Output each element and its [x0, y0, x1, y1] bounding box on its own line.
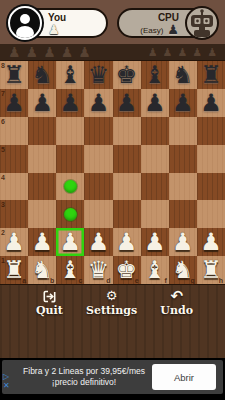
square-e3[interactable]	[113, 200, 141, 228]
square-c6[interactable]	[56, 117, 84, 145]
square-h5[interactable]	[197, 145, 225, 173]
square-c1[interactable]: c♝	[56, 256, 84, 284]
white-pawn: ♟	[141, 228, 169, 256]
square-g5[interactable]	[169, 145, 197, 173]
chess-board: 8♜♞♝♛♚♝♞♜7♟♟♟♟♟♟♟♟65432♟♟♟♟♟♟♟♟1a♜b♞c♝d♛…	[0, 60, 225, 285]
file-label: h	[219, 277, 223, 284]
square-a7[interactable]: 7♟	[0, 89, 28, 117]
square-h2[interactable]: ♟	[197, 228, 225, 256]
square-f4[interactable]	[141, 173, 169, 201]
gear-icon: ⚙	[106, 289, 118, 303]
square-f8[interactable]: ♝	[141, 61, 169, 89]
black-pawn: ♟	[113, 89, 141, 117]
rank-label: 3	[1, 201, 5, 208]
cpu-robot-icon	[185, 6, 219, 40]
chess-app-screen: You ♟ CPU (Easy) ♟	[0, 0, 225, 400]
square-g8[interactable]: ♞	[169, 61, 197, 89]
square-g1[interactable]: g♞	[169, 256, 197, 284]
player-bar: You ♟ CPU (Easy) ♟	[0, 0, 225, 44]
file-label: f	[164, 277, 166, 284]
settings-label: Settings	[86, 304, 137, 317]
square-d8[interactable]: ♛	[84, 61, 112, 89]
file-label: c	[78, 277, 82, 284]
captured-pieces-tray: ♟♟♟♟♟ ♟♟♟♟♟	[0, 44, 225, 60]
file-label: g	[191, 277, 195, 284]
rank-label: 2	[1, 229, 5, 236]
ghost-pawn-icon: ♟	[207, 47, 217, 58]
adchoices-icon[interactable]: ▷ ✕	[3, 372, 10, 390]
square-c8[interactable]: ♝	[56, 61, 84, 89]
square-f6[interactable]	[141, 117, 169, 145]
black-knight: ♞	[28, 61, 56, 89]
square-h6[interactable]	[197, 117, 225, 145]
square-c7[interactable]: ♟	[56, 89, 84, 117]
ad-text: Fibra y 2 Lineas por 39,95€/mes ¡precio …	[16, 363, 152, 391]
ghost-pawn-icon: ♟	[78, 45, 91, 59]
white-pawn-icon: ♟	[48, 23, 66, 36]
file-label: b	[50, 277, 54, 284]
square-b4[interactable]	[28, 173, 56, 201]
undo-icon: ↶	[170, 289, 183, 303]
black-pawn: ♟	[169, 89, 197, 117]
ghost-pawn-icon: ♟	[26, 45, 39, 59]
black-king: ♚	[113, 61, 141, 89]
black-rook: ♜	[197, 61, 225, 89]
square-b8[interactable]: ♞	[28, 61, 56, 89]
square-b2[interactable]: ♟	[28, 228, 56, 256]
square-d2[interactable]: ♟	[84, 228, 112, 256]
white-pawn: ♟	[169, 228, 197, 256]
black-bishop: ♝	[141, 61, 169, 89]
captured-black-ghosts: ♟♟♟♟♟	[148, 47, 217, 58]
square-h1[interactable]: h♜	[197, 256, 225, 284]
ghost-pawn-icon: ♟	[61, 45, 74, 59]
white-pawn: ♟	[197, 228, 225, 256]
quit-label: Quit	[36, 304, 63, 317]
rank-label: 6	[1, 118, 5, 125]
square-c5[interactable]	[56, 145, 84, 173]
ghost-pawn-icon: ♟	[148, 47, 158, 58]
square-e5[interactable]	[113, 145, 141, 173]
ghost-pawn-icon: ♟	[163, 47, 173, 58]
square-e1[interactable]: e♚	[113, 256, 141, 284]
square-f7[interactable]: ♟	[141, 89, 169, 117]
square-a6[interactable]: 6	[0, 117, 28, 145]
black-knight: ♞	[169, 61, 197, 89]
rank-label: 4	[1, 174, 5, 181]
black-bishop: ♝	[56, 61, 84, 89]
square-h8[interactable]: ♜	[197, 61, 225, 89]
ghost-pawn-icon: ♟	[177, 47, 187, 58]
file-label: a	[22, 277, 26, 284]
undo-button[interactable]: ↶ Undo	[160, 289, 193, 317]
square-h7[interactable]: ♟	[197, 89, 225, 117]
square-b7[interactable]: ♟	[28, 89, 56, 117]
black-queen: ♛	[84, 61, 112, 89]
file-label: d	[106, 277, 110, 284]
ghost-pawn-icon: ♟	[43, 45, 56, 59]
square-a8[interactable]: 8♜	[0, 61, 28, 89]
legal-move-dot[interactable]	[64, 180, 77, 193]
square-g6[interactable]	[169, 117, 197, 145]
square-d1[interactable]: d♛	[84, 256, 112, 284]
ad-banner: Fibra y 2 Lineas por 39,95€/mes ¡precio …	[0, 358, 225, 400]
square-b3[interactable]	[28, 200, 56, 228]
legal-move-dot[interactable]	[64, 208, 77, 221]
square-c4[interactable]	[56, 173, 84, 201]
white-pawn: ♟	[28, 228, 56, 256]
white-pawn: ♟	[84, 228, 112, 256]
square-e4[interactable]	[113, 173, 141, 201]
square-g7[interactable]: ♟	[169, 89, 197, 117]
square-g3[interactable]	[169, 200, 197, 228]
square-d3[interactable]	[84, 200, 112, 228]
square-g2[interactable]: ♟	[169, 228, 197, 256]
black-pawn: ♟	[28, 89, 56, 117]
square-h3[interactable]	[197, 200, 225, 228]
square-d7[interactable]: ♟	[84, 89, 112, 117]
settings-button[interactable]: ⚙ Settings	[86, 289, 137, 317]
white-pawn: ♟	[56, 228, 84, 256]
cpu-difficulty-label: (Easy)	[140, 26, 163, 36]
quit-button[interactable]: Quit	[36, 289, 63, 317]
square-c2[interactable]: ♟	[56, 228, 84, 256]
square-a3[interactable]: 3	[0, 200, 28, 228]
square-d6[interactable]	[84, 117, 112, 145]
square-b5[interactable]	[28, 145, 56, 173]
square-d4[interactable]	[84, 173, 112, 201]
square-g4[interactable]	[169, 173, 197, 201]
rank-label: 8	[1, 62, 5, 69]
square-c3[interactable]	[56, 200, 84, 228]
square-a5[interactable]: 5	[0, 145, 28, 173]
square-e6[interactable]	[113, 117, 141, 145]
black-pawn: ♟	[84, 89, 112, 117]
ad-panel[interactable]: Fibra y 2 Lineas por 39,95€/mes ¡precio …	[2, 360, 223, 394]
square-e7[interactable]: ♟	[113, 89, 141, 117]
square-f5[interactable]	[141, 145, 169, 173]
you-avatar-icon	[8, 6, 42, 40]
square-h4[interactable]	[197, 173, 225, 201]
ghost-pawn-icon: ♟	[8, 45, 21, 59]
rank-label: 1	[1, 257, 5, 264]
square-f2[interactable]: ♟	[141, 228, 169, 256]
square-a4[interactable]: 4	[0, 173, 28, 201]
black-pawn: ♟	[56, 89, 84, 117]
black-pawn-icon: ♟	[167, 23, 179, 36]
square-d5[interactable]	[84, 145, 112, 173]
square-b1[interactable]: b♞	[28, 256, 56, 284]
square-a2[interactable]: 2♟	[0, 228, 28, 256]
controls-bar: Quit ⚙ Settings ↶ Undo	[0, 285, 225, 358]
square-f3[interactable]	[141, 200, 169, 228]
white-pawn: ♟	[113, 228, 141, 256]
undo-label: Undo	[160, 304, 193, 317]
black-pawn: ♟	[197, 89, 225, 117]
ad-open-button[interactable]: Abrir	[152, 364, 216, 390]
file-label: e	[135, 277, 139, 284]
black-pawn: ♟	[141, 89, 169, 117]
rank-label: 5	[1, 146, 5, 153]
square-f1[interactable]: f♝	[141, 256, 169, 284]
player-you-card: You ♟	[9, 8, 108, 38]
ghost-pawn-icon: ♟	[192, 47, 202, 58]
square-e8[interactable]: ♚	[113, 61, 141, 89]
exit-icon	[43, 289, 56, 303]
captured-white-ghosts: ♟♟♟♟♟	[8, 45, 91, 59]
square-e2[interactable]: ♟	[113, 228, 141, 256]
square-a1[interactable]: 1a♜	[0, 256, 28, 284]
rank-label: 7	[1, 90, 5, 97]
player-cpu-card: CPU (Easy) ♟	[117, 8, 218, 38]
square-b6[interactable]	[28, 117, 56, 145]
